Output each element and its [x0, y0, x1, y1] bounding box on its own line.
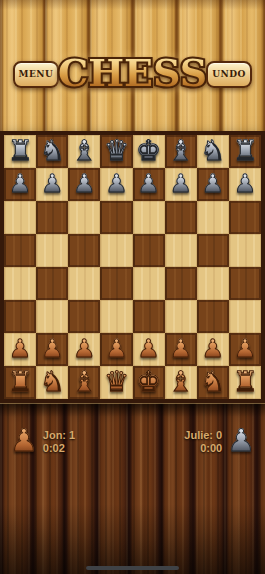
square-h6[interactable]: [229, 201, 261, 234]
white-pawn-piece: ♟: [234, 336, 256, 361]
square-e4[interactable]: [133, 267, 165, 300]
white-bishop-piece: ♝: [168, 368, 193, 396]
square-d8[interactable]: ♛: [100, 135, 132, 168]
square-g4[interactable]: [197, 267, 229, 300]
square-h8[interactable]: ♜: [229, 135, 261, 168]
black-queen-piece: ♛: [104, 137, 129, 165]
white-pawn-piece: ♟: [202, 336, 224, 361]
header: MENU CHESS CHESS UNDO: [0, 0, 265, 110]
square-b8[interactable]: ♞: [36, 135, 68, 168]
chess-board: ♜♞♝♛♚♝♞♜♟♟♟♟♟♟♟♟♟♟♟♟♟♟♟♟♜♞♝♛♚♝♞♜: [0, 131, 265, 403]
black-bishop-piece: ♝: [72, 137, 97, 165]
right-player: Julie: 0 0:00 ♟: [184, 424, 255, 458]
black-pawn-piece: ♟: [105, 171, 127, 196]
white-king-piece: ♚: [136, 368, 161, 396]
square-a2[interactable]: ♟: [4, 333, 36, 366]
left-player-clock: 0:02: [43, 442, 75, 454]
square-e2[interactable]: ♟: [133, 333, 165, 366]
black-knight-piece: ♞: [200, 137, 225, 165]
white-bishop-piece: ♝: [72, 368, 97, 396]
square-c7[interactable]: ♟: [68, 168, 100, 201]
square-a8[interactable]: ♜: [4, 135, 36, 168]
left-player: ♟ Jon: 1 0:02: [10, 424, 75, 458]
square-e5[interactable]: [133, 234, 165, 267]
left-player-score: Jon: 1: [43, 429, 75, 441]
black-pawn-piece: ♟: [9, 171, 31, 196]
square-h4[interactable]: [229, 267, 261, 300]
square-b3[interactable]: [36, 300, 68, 333]
board-grid: ♜♞♝♛♚♝♞♜♟♟♟♟♟♟♟♟♟♟♟♟♟♟♟♟♜♞♝♛♚♝♞♜: [4, 135, 261, 399]
home-indicator[interactable]: [86, 566, 179, 570]
square-g7[interactable]: ♟: [197, 168, 229, 201]
square-g5[interactable]: [197, 234, 229, 267]
black-rook-piece: ♜: [8, 137, 33, 165]
square-c2[interactable]: ♟: [68, 333, 100, 366]
black-pawn-piece: ♟: [202, 171, 224, 196]
square-f5[interactable]: [165, 234, 197, 267]
square-h5[interactable]: [229, 234, 261, 267]
square-a5[interactable]: [4, 234, 36, 267]
white-pawn-piece: ♟: [41, 336, 63, 361]
square-d2[interactable]: ♟: [100, 333, 132, 366]
white-pawn-piece: ♟: [9, 336, 31, 361]
player-info-bar: ♟ Jon: 1 0:02 Julie: 0 0:00 ♟: [0, 424, 265, 464]
right-player-score: Julie: 0: [184, 429, 222, 441]
black-pawn-piece: ♟: [73, 171, 95, 196]
square-g6[interactable]: [197, 201, 229, 234]
square-g3[interactable]: [197, 300, 229, 333]
square-f3[interactable]: [165, 300, 197, 333]
square-a3[interactable]: [4, 300, 36, 333]
black-rook-piece: ♜: [232, 137, 257, 165]
copper-pawn-icon: ♟: [10, 423, 38, 457]
white-pawn-piece: ♟: [105, 336, 127, 361]
square-c1[interactable]: ♝: [68, 366, 100, 399]
square-f7[interactable]: ♟: [165, 168, 197, 201]
black-pawn-piece: ♟: [169, 171, 191, 196]
square-f8[interactable]: ♝: [165, 135, 197, 168]
white-queen-piece: ♛: [104, 368, 129, 396]
square-a6[interactable]: [4, 201, 36, 234]
square-c4[interactable]: [68, 267, 100, 300]
square-b5[interactable]: [36, 234, 68, 267]
square-b7[interactable]: ♟: [36, 168, 68, 201]
white-pawn-piece: ♟: [137, 336, 159, 361]
black-pawn-piece: ♟: [41, 171, 63, 196]
square-d3[interactable]: [100, 300, 132, 333]
square-b4[interactable]: [36, 267, 68, 300]
square-g2[interactable]: ♟: [197, 333, 229, 366]
square-h2[interactable]: ♟: [229, 333, 261, 366]
square-e6[interactable]: [133, 201, 165, 234]
square-e3[interactable]: [133, 300, 165, 333]
square-g8[interactable]: ♞: [197, 135, 229, 168]
square-h7[interactable]: ♟: [229, 168, 261, 201]
square-a7[interactable]: ♟: [4, 168, 36, 201]
square-c8[interactable]: ♝: [68, 135, 100, 168]
black-pawn-piece: ♟: [234, 171, 256, 196]
square-f6[interactable]: [165, 201, 197, 234]
square-f1[interactable]: ♝: [165, 366, 197, 399]
square-e8[interactable]: ♚: [133, 135, 165, 168]
square-f2[interactable]: ♟: [165, 333, 197, 366]
white-knight-piece: ♞: [40, 368, 65, 396]
square-f4[interactable]: [165, 267, 197, 300]
square-e7[interactable]: ♟: [133, 168, 165, 201]
square-b1[interactable]: ♞: [36, 366, 68, 399]
square-c3[interactable]: [68, 300, 100, 333]
white-pawn-piece: ♟: [169, 336, 191, 361]
square-a4[interactable]: [4, 267, 36, 300]
square-c5[interactable]: [68, 234, 100, 267]
white-rook-piece: ♜: [8, 368, 33, 396]
right-player-clock: 0:00: [184, 442, 222, 454]
square-e1[interactable]: ♚: [133, 366, 165, 399]
square-b6[interactable]: [36, 201, 68, 234]
silver-pawn-icon: ♟: [227, 423, 255, 457]
square-a1[interactable]: ♜: [4, 366, 36, 399]
black-bishop-piece: ♝: [168, 137, 193, 165]
square-h3[interactable]: [229, 300, 261, 333]
square-h1[interactable]: ♜: [229, 366, 261, 399]
square-d1[interactable]: ♛: [100, 366, 132, 399]
chess-app-screen: MENU CHESS CHESS UNDO ♜♞♝♛♚♝♞♜♟♟♟♟♟♟♟♟♟♟…: [0, 0, 265, 574]
square-d7[interactable]: ♟: [100, 168, 132, 201]
square-b2[interactable]: ♟: [36, 333, 68, 366]
square-g1[interactable]: ♞: [197, 366, 229, 399]
square-d5[interactable]: [100, 234, 132, 267]
black-king-piece: ♚: [136, 137, 161, 165]
white-knight-piece: ♞: [200, 368, 225, 396]
black-knight-piece: ♞: [40, 137, 65, 165]
square-d6[interactable]: [100, 201, 132, 234]
square-d4[interactable]: [100, 267, 132, 300]
white-pawn-piece: ♟: [73, 336, 95, 361]
white-rook-piece: ♜: [232, 368, 257, 396]
black-pawn-piece: ♟: [137, 171, 159, 196]
square-c6[interactable]: [68, 201, 100, 234]
undo-button[interactable]: UNDO: [206, 61, 252, 88]
